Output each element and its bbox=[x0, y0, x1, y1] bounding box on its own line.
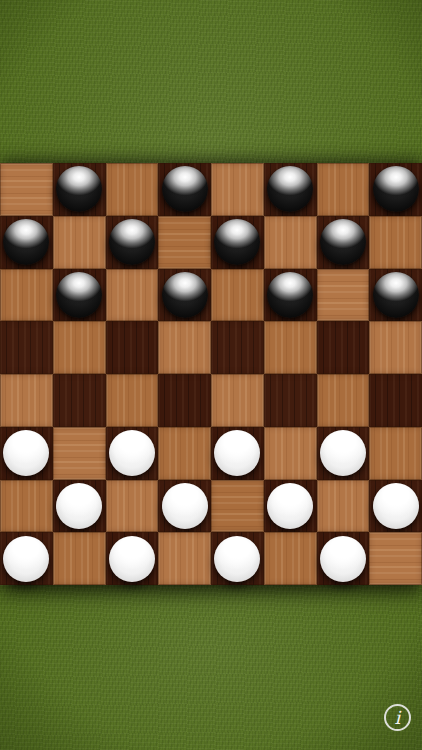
board-square[interactable] bbox=[0, 427, 53, 480]
board-square[interactable] bbox=[0, 269, 53, 322]
board-square[interactable] bbox=[369, 216, 422, 269]
checker-piece-black[interactable] bbox=[56, 166, 102, 212]
checker-piece-black[interactable] bbox=[162, 272, 208, 318]
board-square[interactable] bbox=[369, 321, 422, 374]
board-square[interactable] bbox=[317, 427, 370, 480]
checker-piece-black[interactable] bbox=[267, 272, 313, 318]
board-square[interactable] bbox=[264, 374, 317, 427]
board-square[interactable] bbox=[53, 480, 106, 533]
checker-piece-black[interactable] bbox=[3, 219, 49, 265]
board-square[interactable] bbox=[158, 163, 211, 216]
board-square[interactable] bbox=[317, 374, 370, 427]
board-square[interactable] bbox=[211, 216, 264, 269]
checker-piece-white[interactable] bbox=[214, 536, 260, 582]
checkers-board bbox=[0, 163, 422, 585]
info-icon: i bbox=[395, 707, 401, 728]
board-square[interactable] bbox=[158, 216, 211, 269]
game-screen: i bbox=[0, 0, 422, 750]
checker-piece-white[interactable] bbox=[109, 536, 155, 582]
board-square[interactable] bbox=[53, 269, 106, 322]
board-square[interactable] bbox=[0, 480, 53, 533]
board-square[interactable] bbox=[0, 163, 53, 216]
checker-piece-white[interactable] bbox=[267, 483, 313, 529]
board-square[interactable] bbox=[211, 532, 264, 585]
checker-piece-black[interactable] bbox=[267, 166, 313, 212]
info-button[interactable]: i bbox=[384, 704, 411, 731]
board-square[interactable] bbox=[0, 532, 53, 585]
board-square[interactable] bbox=[369, 374, 422, 427]
board-square[interactable] bbox=[211, 480, 264, 533]
checker-piece-white[interactable] bbox=[109, 430, 155, 476]
board-square[interactable] bbox=[317, 532, 370, 585]
board-square[interactable] bbox=[106, 532, 159, 585]
checker-piece-white[interactable] bbox=[3, 430, 49, 476]
board-square[interactable] bbox=[53, 216, 106, 269]
board-square[interactable] bbox=[0, 374, 53, 427]
board-square[interactable] bbox=[369, 269, 422, 322]
checker-piece-black[interactable] bbox=[373, 166, 419, 212]
checker-piece-white[interactable] bbox=[56, 483, 102, 529]
board-square[interactable] bbox=[317, 163, 370, 216]
board-square[interactable] bbox=[369, 427, 422, 480]
board-square[interactable] bbox=[53, 321, 106, 374]
board-square[interactable] bbox=[211, 374, 264, 427]
board-square[interactable] bbox=[158, 374, 211, 427]
board-square[interactable] bbox=[317, 321, 370, 374]
board-square[interactable] bbox=[211, 269, 264, 322]
board-square[interactable] bbox=[211, 427, 264, 480]
board-square[interactable] bbox=[264, 216, 317, 269]
board-square[interactable] bbox=[106, 269, 159, 322]
checker-piece-white[interactable] bbox=[3, 536, 49, 582]
board-square[interactable] bbox=[106, 480, 159, 533]
board-square[interactable] bbox=[317, 480, 370, 533]
board-square[interactable] bbox=[158, 480, 211, 533]
checker-piece-white[interactable] bbox=[373, 483, 419, 529]
board-square[interactable] bbox=[106, 427, 159, 480]
checker-piece-black[interactable] bbox=[320, 219, 366, 265]
board-square[interactable] bbox=[0, 216, 53, 269]
board-square[interactable] bbox=[369, 480, 422, 533]
board-square[interactable] bbox=[317, 216, 370, 269]
checker-piece-white[interactable] bbox=[214, 430, 260, 476]
board-square[interactable] bbox=[0, 321, 53, 374]
board-square[interactable] bbox=[369, 532, 422, 585]
board-square[interactable] bbox=[264, 163, 317, 216]
checker-piece-white[interactable] bbox=[320, 430, 366, 476]
board-square[interactable] bbox=[53, 532, 106, 585]
board-square[interactable] bbox=[106, 216, 159, 269]
board-square[interactable] bbox=[317, 269, 370, 322]
board-square[interactable] bbox=[264, 321, 317, 374]
board-square[interactable] bbox=[53, 374, 106, 427]
checker-piece-black[interactable] bbox=[373, 272, 419, 318]
board-square[interactable] bbox=[264, 269, 317, 322]
checker-piece-black[interactable] bbox=[214, 219, 260, 265]
checker-piece-white[interactable] bbox=[320, 536, 366, 582]
board-square[interactable] bbox=[158, 532, 211, 585]
board-square[interactable] bbox=[53, 163, 106, 216]
board-square[interactable] bbox=[264, 480, 317, 533]
board-square[interactable] bbox=[211, 163, 264, 216]
board-square[interactable] bbox=[53, 427, 106, 480]
board-square[interactable] bbox=[106, 321, 159, 374]
checker-piece-white[interactable] bbox=[162, 483, 208, 529]
board-square[interactable] bbox=[264, 532, 317, 585]
board-square[interactable] bbox=[264, 427, 317, 480]
checker-piece-black[interactable] bbox=[109, 219, 155, 265]
checker-piece-black[interactable] bbox=[56, 272, 102, 318]
checker-piece-black[interactable] bbox=[162, 166, 208, 212]
board-square[interactable] bbox=[369, 163, 422, 216]
board-square[interactable] bbox=[106, 374, 159, 427]
board-square[interactable] bbox=[158, 269, 211, 322]
board-square[interactable] bbox=[158, 427, 211, 480]
board-square[interactable] bbox=[106, 163, 159, 216]
board-square[interactable] bbox=[211, 321, 264, 374]
board-square[interactable] bbox=[158, 321, 211, 374]
